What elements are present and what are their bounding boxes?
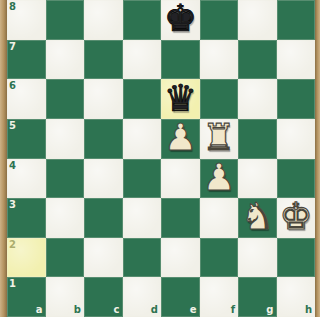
rank-label-5: 5 bbox=[9, 121, 16, 131]
chess-board-window: 8♚76♛5♟♜4♟3♞♚21abcdefgh bbox=[0, 0, 320, 317]
piece-white-pawn[interactable]: ♟ bbox=[161, 118, 200, 158]
square-c3[interactable] bbox=[84, 198, 123, 238]
file-label-f: f bbox=[231, 305, 235, 315]
rank-label-7: 7 bbox=[9, 42, 16, 52]
square-d3[interactable] bbox=[123, 198, 162, 238]
file-label-a: a bbox=[36, 305, 43, 315]
piece-white-rook[interactable]: ♜ bbox=[200, 118, 239, 158]
file-label-g: g bbox=[266, 305, 273, 315]
square-g6[interactable] bbox=[238, 79, 277, 119]
square-d2[interactable] bbox=[123, 238, 162, 278]
square-g2[interactable] bbox=[238, 238, 277, 278]
square-d4[interactable] bbox=[123, 159, 162, 199]
square-a2[interactable]: 2 bbox=[7, 238, 46, 278]
piece-white-knight[interactable]: ♞ bbox=[238, 197, 277, 237]
square-d5[interactable] bbox=[123, 119, 162, 159]
square-c4[interactable] bbox=[84, 159, 123, 199]
rank-label-8: 8 bbox=[9, 2, 16, 12]
square-c5[interactable] bbox=[84, 119, 123, 159]
square-b7[interactable] bbox=[46, 40, 85, 80]
square-g1[interactable]: g bbox=[238, 277, 277, 317]
rank-label-2: 2 bbox=[9, 240, 16, 250]
square-b2[interactable] bbox=[46, 238, 85, 278]
square-c7[interactable] bbox=[84, 40, 123, 80]
rank-label-6: 6 bbox=[9, 81, 16, 91]
square-f5[interactable]: ♜ bbox=[200, 119, 239, 159]
square-f2[interactable] bbox=[200, 238, 239, 278]
square-g3[interactable]: ♞ bbox=[238, 198, 277, 238]
square-e6[interactable]: ♛ bbox=[161, 79, 200, 119]
file-label-h: h bbox=[305, 305, 312, 315]
square-d8[interactable] bbox=[123, 0, 162, 40]
square-a3[interactable]: 3 bbox=[7, 198, 46, 238]
square-c2[interactable] bbox=[84, 238, 123, 278]
square-e3[interactable] bbox=[161, 198, 200, 238]
square-b3[interactable] bbox=[46, 198, 85, 238]
square-a7[interactable]: 7 bbox=[7, 40, 46, 80]
board-frame-left bbox=[0, 0, 7, 317]
file-label-b: b bbox=[74, 305, 81, 315]
square-h4[interactable] bbox=[277, 159, 316, 199]
square-a6[interactable]: 6 bbox=[7, 79, 46, 119]
square-f1[interactable]: f bbox=[200, 277, 239, 317]
piece-black-queen[interactable]: ♛ bbox=[161, 78, 200, 118]
square-a5[interactable]: 5 bbox=[7, 119, 46, 159]
square-c1[interactable]: c bbox=[84, 277, 123, 317]
square-e4[interactable] bbox=[161, 159, 200, 199]
square-c6[interactable] bbox=[84, 79, 123, 119]
square-e5[interactable]: ♟ bbox=[161, 119, 200, 159]
square-a8[interactable]: 8 bbox=[7, 0, 46, 40]
square-h7[interactable] bbox=[277, 40, 316, 80]
file-label-c: c bbox=[114, 305, 120, 315]
square-b6[interactable] bbox=[46, 79, 85, 119]
square-f6[interactable] bbox=[200, 79, 239, 119]
rank-label-4: 4 bbox=[9, 161, 16, 171]
square-h2[interactable] bbox=[277, 238, 316, 278]
square-c8[interactable] bbox=[84, 0, 123, 40]
file-label-d: d bbox=[151, 305, 158, 315]
rank-label-1: 1 bbox=[9, 279, 16, 289]
square-a4[interactable]: 4 bbox=[7, 159, 46, 199]
square-b5[interactable] bbox=[46, 119, 85, 159]
square-d6[interactable] bbox=[123, 79, 162, 119]
square-g5[interactable] bbox=[238, 119, 277, 159]
square-g8[interactable] bbox=[238, 0, 277, 40]
square-h5[interactable] bbox=[277, 119, 316, 159]
square-d7[interactable] bbox=[123, 40, 162, 80]
rank-label-3: 3 bbox=[9, 200, 16, 210]
piece-black-king[interactable]: ♚ bbox=[161, 0, 200, 39]
square-g7[interactable] bbox=[238, 40, 277, 80]
square-a1[interactable]: 1a bbox=[7, 277, 46, 317]
square-e8[interactable]: ♚ bbox=[161, 0, 200, 40]
square-e7[interactable] bbox=[161, 40, 200, 80]
piece-white-king[interactable]: ♚ bbox=[277, 197, 316, 237]
chess-board: 8♚76♛5♟♜4♟3♞♚21abcdefgh bbox=[7, 0, 315, 317]
square-e2[interactable] bbox=[161, 238, 200, 278]
square-g4[interactable] bbox=[238, 159, 277, 199]
square-h1[interactable]: h bbox=[277, 277, 316, 317]
square-f7[interactable] bbox=[200, 40, 239, 80]
square-f3[interactable] bbox=[200, 198, 239, 238]
board-frame-right bbox=[315, 0, 320, 317]
square-d1[interactable]: d bbox=[123, 277, 162, 317]
square-h6[interactable] bbox=[277, 79, 316, 119]
square-f4[interactable]: ♟ bbox=[200, 159, 239, 199]
square-b1[interactable]: b bbox=[46, 277, 85, 317]
square-b4[interactable] bbox=[46, 159, 85, 199]
square-h3[interactable]: ♚ bbox=[277, 198, 316, 238]
piece-white-pawn[interactable]: ♟ bbox=[200, 158, 239, 198]
file-label-e: e bbox=[190, 305, 197, 315]
square-h8[interactable] bbox=[277, 0, 316, 40]
square-b8[interactable] bbox=[46, 0, 85, 40]
square-f8[interactable] bbox=[200, 0, 239, 40]
square-e1[interactable]: e bbox=[161, 277, 200, 317]
